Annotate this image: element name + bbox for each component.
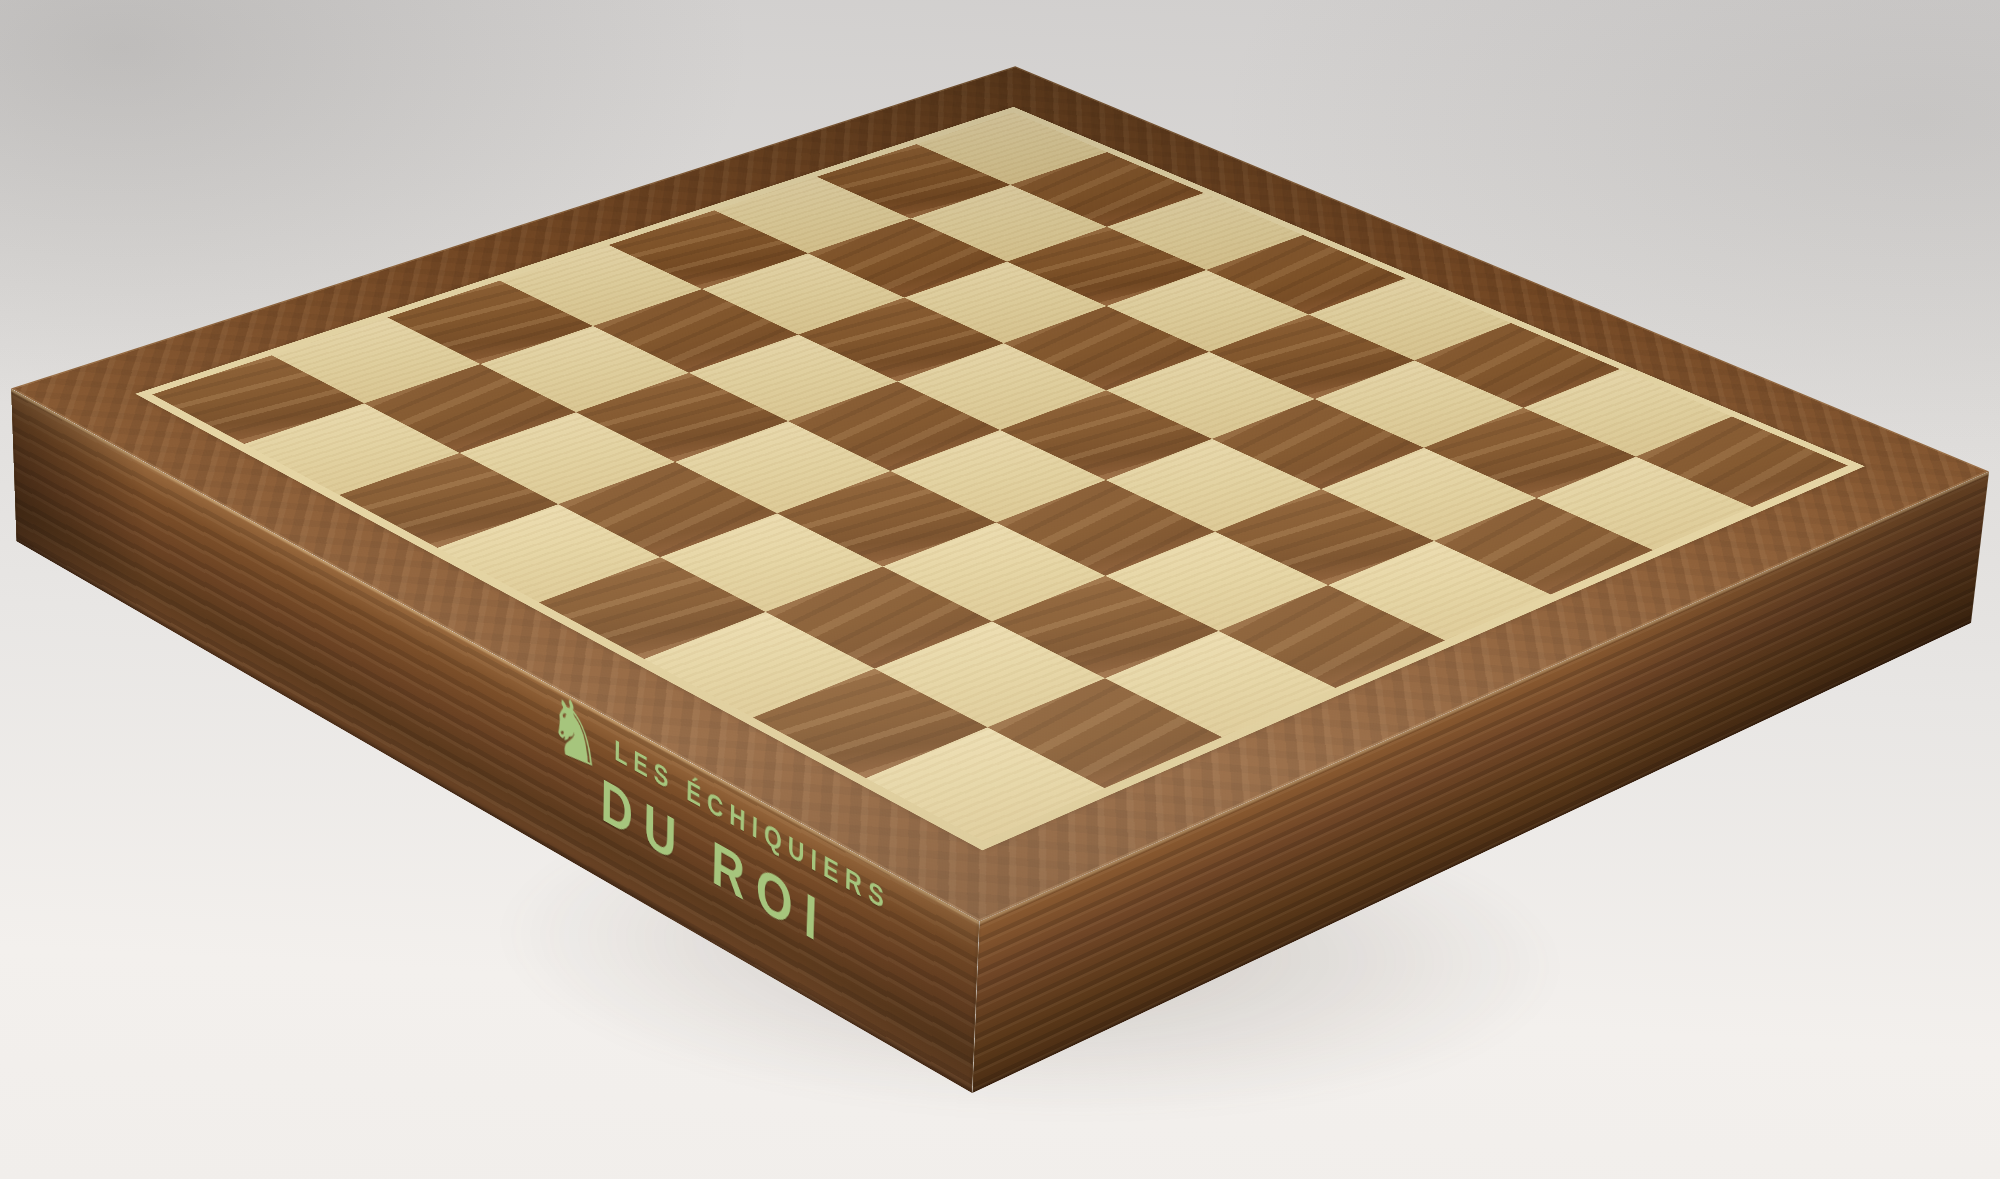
perspective-wrapper: ♞ LES ÉCHIQUIERS DU ROI — [0, 0, 2000, 1179]
square-h5 — [1328, 541, 1551, 641]
square-d1 — [437, 504, 660, 602]
square-g1 — [753, 669, 987, 778]
square-b1 — [244, 403, 459, 495]
square-g3 — [992, 576, 1218, 678]
square-g6 — [1321, 448, 1536, 541]
square-e2 — [660, 513, 883, 612]
square-g2 — [875, 621, 1105, 727]
square-e3 — [777, 471, 996, 566]
square-h3 — [1105, 631, 1335, 737]
studio-backdrop: ♞ LES ÉCHIQUIERS DU ROI — [0, 0, 2000, 1179]
knight-rider-icon: ♞ — [546, 681, 602, 783]
square-h2 — [988, 678, 1222, 788]
square-h1 — [866, 727, 1105, 841]
square-h7 — [1537, 457, 1752, 550]
square-f4 — [996, 480, 1215, 576]
square-f2 — [766, 566, 992, 668]
square-f1 — [644, 612, 874, 718]
square-e1 — [539, 557, 765, 659]
square-h4 — [1218, 585, 1444, 688]
square-g4 — [1105, 532, 1328, 631]
square-f5 — [1106, 439, 1321, 532]
square-c1 — [339, 453, 558, 548]
square-d3 — [675, 421, 890, 513]
square-c2 — [460, 412, 675, 504]
square-g5 — [1215, 489, 1434, 585]
square-h6 — [1434, 498, 1653, 594]
board-top-face — [11, 66, 1989, 921]
chess-board: ♞ LES ÉCHIQUIERS DU ROI — [11, 66, 1989, 921]
square-e4 — [890, 430, 1105, 523]
square-d2 — [558, 462, 777, 557]
square-f3 — [883, 523, 1106, 622]
